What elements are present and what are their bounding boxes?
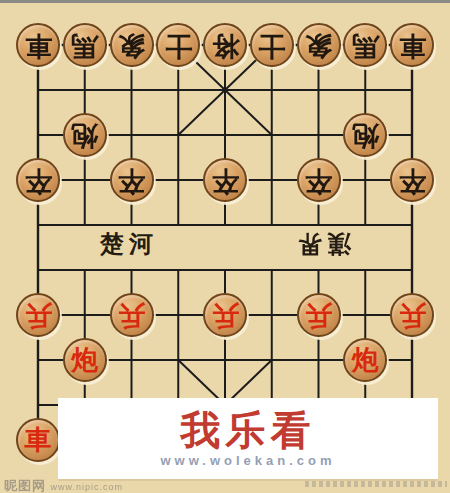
piece-red-soldier-1[interactable]: 兵 — [16, 293, 60, 337]
piece-glyph: 卒 — [399, 167, 426, 194]
river-label-chu: 楚河 — [100, 228, 158, 260]
piece-glyph: 兵 — [118, 302, 145, 329]
watermark-url: www.wolekan.com — [160, 453, 335, 468]
piece-black-soldier-1[interactable]: 卒 — [16, 158, 60, 202]
piece-glyph: 士 — [165, 32, 192, 59]
piece-glyph: 車 — [399, 32, 426, 59]
piece-glyph: 兵 — [399, 302, 426, 329]
piece-glyph: 象 — [118, 32, 145, 59]
piece-black-elephant-left[interactable]: 象 — [110, 23, 154, 67]
piece-black-chariot-right[interactable]: 車 — [390, 23, 434, 67]
piece-black-soldier-5[interactable]: 卒 — [390, 158, 434, 202]
piece-red-chariot-left[interactable]: 車 — [16, 418, 60, 462]
piece-glyph: 兵 — [25, 302, 52, 329]
piece-glyph: 炮 — [71, 122, 98, 149]
piece-glyph: 象 — [305, 32, 332, 59]
piece-black-soldier-2[interactable]: 卒 — [110, 158, 154, 202]
piece-black-soldier-4[interactable]: 卒 — [297, 158, 341, 202]
screenshot-root: 楚河 漢界 車馬象士将士象馬車炮炮卒卒卒卒卒兵兵兵兵兵炮炮車 我乐看 www.w… — [0, 0, 450, 493]
watermark-box: 我乐看 www.wolekan.com — [58, 398, 438, 481]
piece-glyph: 車 — [25, 32, 52, 59]
piece-glyph: 炮 — [352, 122, 379, 149]
piece-glyph: 兵 — [305, 302, 332, 329]
river-label-han: 漢界 — [293, 228, 351, 260]
piece-red-soldier-2[interactable]: 兵 — [110, 293, 154, 337]
piece-glyph: 卒 — [305, 167, 332, 194]
piece-black-advisor-right[interactable]: 士 — [250, 23, 294, 67]
piece-glyph: 兵 — [212, 302, 239, 329]
piece-glyph: 車 — [25, 427, 52, 454]
piece-red-soldier-4[interactable]: 兵 — [297, 293, 341, 337]
piece-glyph: 卒 — [212, 167, 239, 194]
piece-black-horse-right[interactable]: 馬 — [343, 23, 387, 67]
piece-glyph: 士 — [258, 32, 285, 59]
piece-black-soldier-3[interactable]: 卒 — [203, 158, 247, 202]
piece-red-soldier-3[interactable]: 兵 — [203, 293, 247, 337]
piece-black-cannon-left[interactable]: 炮 — [63, 113, 107, 157]
piece-glyph: 将 — [212, 32, 239, 59]
watermark-nipic: 昵图网 www.nipic.com — [4, 476, 123, 493]
piece-glyph: 炮 — [352, 347, 379, 374]
piece-glyph: 卒 — [25, 167, 52, 194]
piece-glyph: 炮 — [71, 347, 98, 374]
nipic-url: www.nipic.com — [50, 482, 123, 492]
piece-black-advisor-left[interactable]: 士 — [156, 23, 200, 67]
watermark-illegible-strip — [305, 481, 447, 487]
piece-red-soldier-5[interactable]: 兵 — [390, 293, 434, 337]
nipic-logo: 昵图网 — [4, 478, 46, 493]
piece-black-elephant-right[interactable]: 象 — [297, 23, 341, 67]
piece-black-horse-left[interactable]: 馬 — [63, 23, 107, 67]
piece-black-general[interactable]: 将 — [203, 23, 247, 67]
piece-red-cannon-left[interactable]: 炮 — [63, 338, 107, 382]
watermark-title: 我乐看 — [181, 409, 316, 451]
piece-red-cannon-right[interactable]: 炮 — [343, 338, 387, 382]
piece-black-chariot-left[interactable]: 車 — [16, 23, 60, 67]
piece-black-cannon-right[interactable]: 炮 — [343, 113, 387, 157]
piece-glyph: 卒 — [118, 167, 145, 194]
piece-glyph: 馬 — [71, 32, 98, 59]
piece-glyph: 馬 — [352, 32, 379, 59]
